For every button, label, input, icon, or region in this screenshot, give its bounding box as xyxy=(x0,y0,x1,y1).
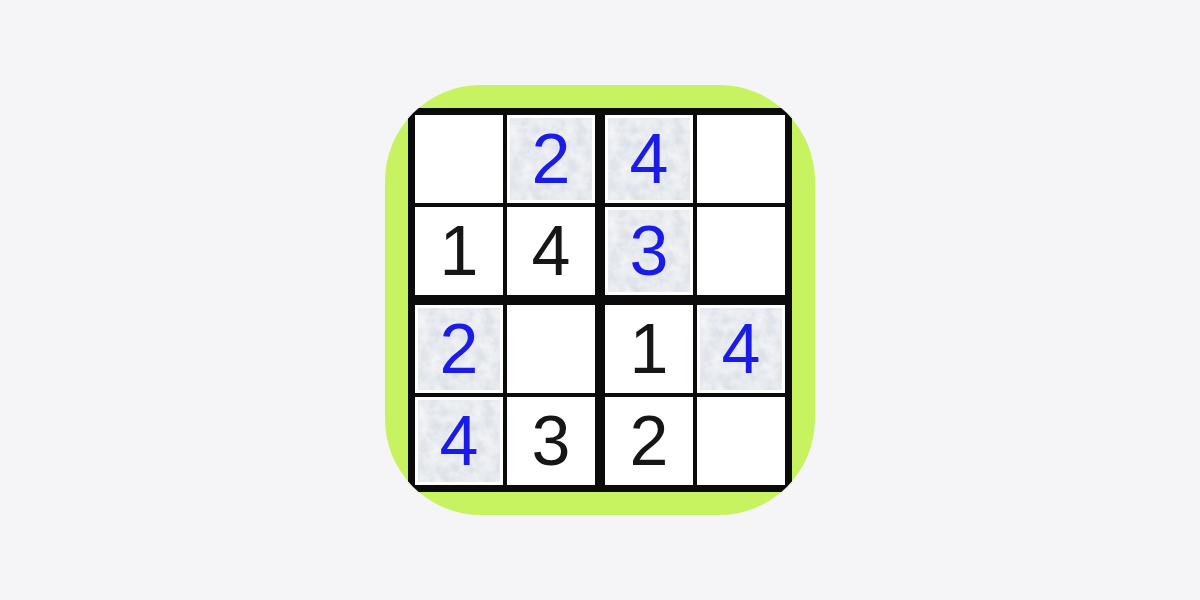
cell-r3c2[interactable] xyxy=(507,305,605,397)
cell-digit: 2 xyxy=(630,406,669,476)
sudoku-app-icon[interactable]: 24143214432 xyxy=(385,85,815,515)
cell-digit: 1 xyxy=(440,216,479,286)
cell-digit: 2 xyxy=(532,124,571,194)
sudoku-grid: 24143214432 xyxy=(415,115,785,485)
cell-r1c1[interactable] xyxy=(415,115,507,207)
cell-r3c4[interactable]: 4 xyxy=(697,305,785,397)
cell-digit: 4 xyxy=(532,216,571,286)
cell-r4c4[interactable] xyxy=(697,397,785,485)
cell-r3c1[interactable]: 2 xyxy=(415,305,507,397)
cell-digit: 3 xyxy=(532,406,571,476)
cell-r4c2[interactable]: 3 xyxy=(507,397,605,485)
cell-r2c2[interactable]: 4 xyxy=(507,207,605,305)
cell-r3c3[interactable]: 1 xyxy=(605,305,697,397)
cell-digit: 4 xyxy=(440,406,479,476)
cell-digit: 3 xyxy=(630,216,669,286)
page-background: 24143214432 xyxy=(0,0,1200,600)
cell-digit: 4 xyxy=(630,124,669,194)
sudoku-board: 24143214432 xyxy=(408,108,792,492)
cell-r4c1[interactable]: 4 xyxy=(415,397,507,485)
cell-r1c3[interactable]: 4 xyxy=(605,115,697,207)
cell-digit: 1 xyxy=(630,314,669,384)
cell-r4c3[interactable]: 2 xyxy=(605,397,697,485)
cell-r2c4[interactable] xyxy=(697,207,785,305)
cell-r1c2[interactable]: 2 xyxy=(507,115,605,207)
cell-r1c4[interactable] xyxy=(697,115,785,207)
cell-digit: 2 xyxy=(440,314,479,384)
cell-r2c3[interactable]: 3 xyxy=(605,207,697,305)
cell-digit: 4 xyxy=(722,314,761,384)
cell-r2c1[interactable]: 1 xyxy=(415,207,507,305)
